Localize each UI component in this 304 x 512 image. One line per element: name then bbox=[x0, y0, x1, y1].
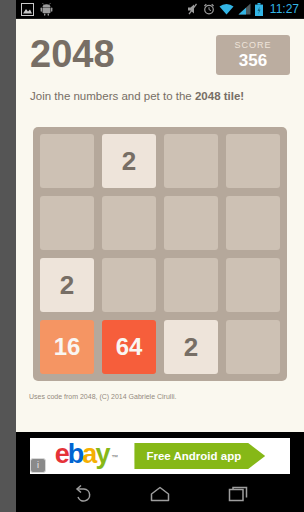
empty-cell bbox=[226, 134, 280, 188]
empty-cell bbox=[40, 196, 94, 250]
battery-charging-icon bbox=[255, 3, 263, 16]
game-subtitle: Join the numbers and pet to the 2048 til… bbox=[30, 89, 290, 103]
empty-cell bbox=[226, 320, 280, 374]
alarm-icon bbox=[203, 3, 215, 15]
mute-icon bbox=[187, 3, 199, 15]
score-box: SCORE 356 bbox=[216, 35, 290, 75]
wifi-icon bbox=[219, 3, 234, 15]
empty-cell bbox=[164, 196, 218, 250]
signal-icon bbox=[238, 3, 251, 15]
score-label: SCORE bbox=[216, 40, 290, 51]
score-value: 356 bbox=[216, 51, 290, 70]
free-app-cta-button[interactable]: Free Android app bbox=[134, 443, 265, 469]
empty-cell bbox=[102, 258, 156, 312]
game-screen: 2048 SCORE 356 Join the numbers and pet … bbox=[16, 19, 304, 432]
status-bar-system-icons: 11:27 bbox=[187, 0, 299, 19]
empty-cell bbox=[40, 134, 94, 188]
subtitle-goal-text: 2048 tile! bbox=[195, 90, 244, 102]
ad-info-icon[interactable]: i bbox=[30, 458, 46, 473]
ebay-logo: ebay™ bbox=[55, 441, 119, 471]
page-title: 2048 bbox=[30, 33, 115, 75]
tile-16: 16 bbox=[40, 320, 94, 374]
home-button[interactable] bbox=[148, 484, 172, 504]
empty-cell bbox=[102, 196, 156, 250]
trademark-symbol: ™ bbox=[111, 444, 118, 471]
status-bar-clock: 11:27 bbox=[270, 0, 299, 19]
recents-button[interactable] bbox=[226, 484, 250, 504]
game-header: 2048 SCORE 356 bbox=[16, 19, 304, 75]
status-bar: 11:27 bbox=[16, 0, 304, 19]
android-nav-bar bbox=[16, 475, 304, 512]
empty-cell bbox=[226, 258, 280, 312]
tile-2: 2 bbox=[40, 258, 94, 312]
empty-cell bbox=[164, 134, 218, 188]
subtitle-text: Join the numbers and pet to the bbox=[30, 90, 195, 102]
status-bar-notifications bbox=[21, 3, 54, 16]
ebay-ad-banner[interactable]: ebay™ Free Android app bbox=[30, 438, 290, 474]
phone-screen: 11:27 2048 SCORE 356 Join the numbers an… bbox=[16, 0, 304, 512]
tile-2: 2 bbox=[164, 320, 218, 374]
ebay-logo-letters: ebay bbox=[55, 441, 109, 468]
credit-text: Uses code from 2048, (C) 2014 Gabriele C… bbox=[29, 393, 304, 400]
screenshot-notification-icon bbox=[21, 3, 34, 16]
tile-64: 64 bbox=[102, 320, 156, 374]
back-button[interactable] bbox=[70, 484, 94, 504]
tile-2: 2 bbox=[102, 134, 156, 188]
empty-cell bbox=[164, 258, 218, 312]
ad-region: ebay™ Free Android app i bbox=[16, 432, 304, 475]
android-device-icon bbox=[39, 3, 54, 16]
empty-cell bbox=[226, 196, 280, 250]
board-grid[interactable]: 2216642 bbox=[33, 127, 287, 381]
